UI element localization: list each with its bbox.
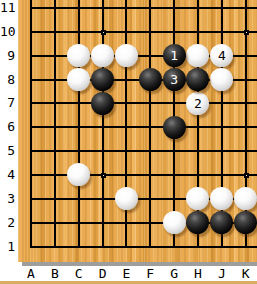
stone-black-G9[interactable]: 1: [163, 44, 186, 67]
column-label-F: F: [141, 267, 159, 281]
grid-line-horizontal-11: [30, 7, 257, 9]
column-label-K: K: [237, 267, 255, 281]
row-label-4: 4: [0, 167, 15, 183]
row-label-7: 7: [0, 95, 15, 111]
grid-line-horizontal-4: [30, 174, 257, 176]
grid-line-vertical-D: [102, 0, 104, 248]
column-label-A: A: [22, 267, 40, 281]
stone-white-G2[interactable]: [163, 211, 186, 234]
column-label-C: C: [70, 267, 88, 281]
row-label-9: 9: [0, 48, 15, 64]
grid-line-horizontal-7: [30, 102, 257, 104]
stone-black-K2[interactable]: [234, 211, 257, 234]
row-label-5: 5: [0, 143, 15, 159]
column-label-G: G: [165, 267, 183, 281]
column-label-J: J: [213, 267, 231, 281]
stone-white-E9[interactable]: [115, 44, 138, 67]
stone-black-G6[interactable]: [163, 116, 186, 139]
grid-line-horizontal-10: [30, 31, 257, 33]
grid-line-vertical-C: [78, 0, 80, 248]
row-label-6: 6: [0, 119, 15, 135]
row-label-8: 8: [0, 72, 15, 88]
grid-line-horizontal-1: [30, 246, 257, 248]
stone-black-G8[interactable]: 3: [163, 68, 186, 91]
go-applet-screen: Go diagram — bottom-left corner of a 19x…: [0, 0, 257, 284]
row-label-2: 2: [0, 215, 15, 231]
column-label-D: D: [94, 267, 112, 281]
star-point-D10: [101, 30, 106, 35]
grid-line-vertical-A: [30, 0, 32, 248]
row-label-11: 11: [0, 0, 15, 16]
grid-line-vertical-F: [149, 0, 151, 248]
star-point-K4: [244, 173, 249, 178]
star-point-K10: [244, 30, 249, 35]
column-label-E: E: [117, 267, 135, 281]
stone-black-D8[interactable]: [91, 68, 114, 91]
stone-black-F8[interactable]: [139, 68, 162, 91]
row-label-3: 3: [0, 191, 15, 207]
row-label-10: 10: [0, 24, 15, 40]
grid-line-horizontal-5: [30, 150, 257, 152]
stone-black-D7[interactable]: [91, 92, 114, 115]
row-label-1: 1: [0, 239, 15, 255]
column-label-B: B: [46, 267, 64, 281]
grid-line-vertical-B: [54, 0, 56, 248]
grid-line-horizontal-6: [30, 126, 257, 128]
star-point-D4: [101, 173, 106, 178]
column-label-H: H: [189, 267, 207, 281]
grid-line-vertical-E: [125, 0, 127, 248]
